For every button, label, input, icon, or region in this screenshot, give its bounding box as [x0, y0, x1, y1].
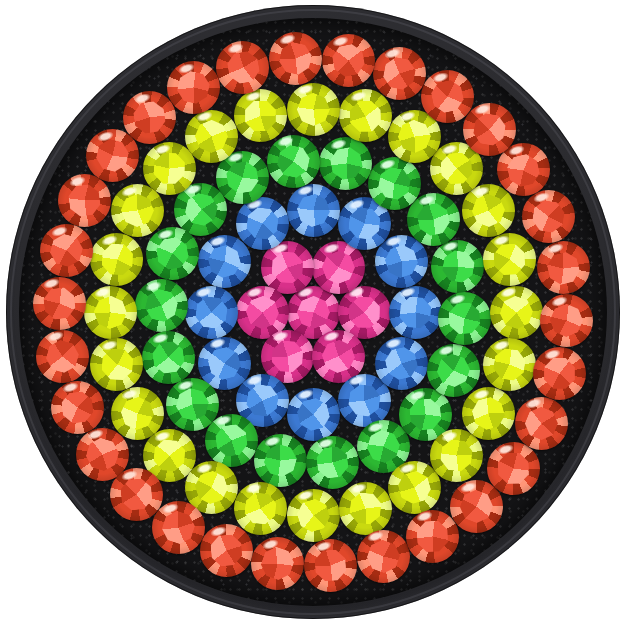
gem-red	[86, 129, 139, 182]
gem-yellow	[462, 387, 515, 440]
gem-green	[306, 436, 359, 489]
gem-yellow	[462, 184, 515, 237]
gem-red	[487, 442, 540, 495]
gem-red	[304, 539, 357, 592]
gem-red	[540, 294, 593, 347]
gem-green	[267, 135, 320, 188]
gem-yellow	[490, 286, 543, 339]
gem-green	[427, 344, 480, 397]
gem-blue	[198, 235, 251, 288]
gem-yellow	[84, 286, 137, 339]
gem-blue	[287, 388, 340, 441]
gem-red	[51, 381, 104, 434]
gem-green	[146, 227, 199, 280]
gem-yellow	[234, 89, 287, 142]
gem-green	[319, 137, 372, 190]
gem-yellow	[339, 89, 392, 142]
gem-red	[537, 241, 590, 294]
gem-red	[216, 41, 269, 94]
gem-red	[463, 103, 516, 156]
gem-red	[33, 277, 86, 330]
gem-green	[407, 193, 460, 246]
gem-green	[254, 434, 307, 487]
gem-red	[36, 330, 89, 383]
gem-yellow	[287, 83, 340, 136]
gem-red	[373, 47, 426, 100]
gem-yellow	[483, 338, 536, 391]
gem-red	[522, 190, 575, 243]
gem-red	[251, 537, 304, 590]
gem-yellow	[287, 489, 340, 542]
gem-red	[322, 34, 375, 87]
gem-blue	[389, 286, 442, 339]
gem-red	[200, 524, 253, 577]
gem-yellow	[234, 482, 287, 535]
gem-blue	[185, 286, 238, 339]
gem-red	[533, 347, 586, 400]
gem-red	[497, 143, 550, 196]
gem-pink	[312, 241, 365, 294]
gem-yellow	[339, 482, 392, 535]
gem-yellow	[90, 233, 143, 286]
gem-red	[58, 174, 111, 227]
gem-green	[438, 292, 491, 345]
gem-yellow	[430, 429, 483, 482]
gem-blue	[375, 337, 428, 390]
gem-red	[421, 70, 474, 123]
gem-red	[167, 61, 220, 114]
gem-red	[40, 224, 93, 277]
gem-yellow	[90, 338, 143, 391]
gem-yellow	[185, 110, 238, 163]
gem-yellow	[111, 184, 164, 237]
gem-blue	[287, 184, 340, 237]
gem-rings-container	[0, 0, 626, 626]
rhinestone-disc-photo	[0, 0, 626, 626]
gem-red	[269, 32, 322, 85]
gem-yellow	[483, 233, 536, 286]
gem-green	[431, 240, 484, 293]
gem-red	[406, 510, 459, 563]
gem-green	[142, 331, 195, 384]
gem-red	[515, 397, 568, 450]
gem-green	[205, 414, 258, 467]
gem-green	[135, 279, 188, 332]
gem-red	[152, 501, 205, 554]
gem-red	[357, 530, 410, 583]
